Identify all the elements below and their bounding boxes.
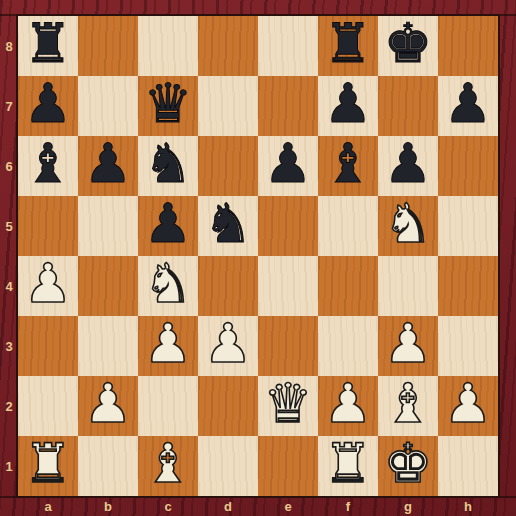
square-h3[interactable] xyxy=(438,316,498,376)
file-label-h: h xyxy=(438,496,498,516)
square-g4[interactable] xyxy=(378,256,438,316)
square-d7[interactable] xyxy=(198,76,258,136)
square-f2[interactable]: ♟ xyxy=(318,376,378,436)
file-label-a: a xyxy=(18,496,78,516)
piece-black-pawn[interactable]: ♟ xyxy=(24,77,72,131)
square-e1[interactable] xyxy=(258,436,318,496)
piece-white-pawn[interactable]: ♟ xyxy=(24,257,72,311)
square-b4[interactable] xyxy=(78,256,138,316)
square-c6[interactable]: ♞ xyxy=(138,136,198,196)
piece-white-pawn[interactable]: ♟ xyxy=(444,377,492,431)
rank-label-2: 2 xyxy=(0,376,18,436)
rank-label-6: 6 xyxy=(0,136,18,196)
piece-white-pawn[interactable]: ♟ xyxy=(384,317,432,371)
file-labels: abcdefgh xyxy=(18,496,498,516)
square-h2[interactable]: ♟ xyxy=(438,376,498,436)
square-a8[interactable]: ♜ xyxy=(18,16,78,76)
square-c1[interactable]: ♝ xyxy=(138,436,198,496)
square-d8[interactable] xyxy=(198,16,258,76)
file-label-c: c xyxy=(138,496,198,516)
file-label-g: g xyxy=(378,496,438,516)
square-a1[interactable]: ♜ xyxy=(18,436,78,496)
piece-white-knight[interactable]: ♞ xyxy=(144,257,192,311)
piece-white-bishop[interactable]: ♝ xyxy=(144,437,192,491)
square-a4[interactable]: ♟ xyxy=(18,256,78,316)
square-h6[interactable] xyxy=(438,136,498,196)
square-d1[interactable] xyxy=(198,436,258,496)
square-g6[interactable]: ♟ xyxy=(378,136,438,196)
square-f4[interactable] xyxy=(318,256,378,316)
piece-black-pawn[interactable]: ♟ xyxy=(264,137,312,191)
square-b3[interactable] xyxy=(78,316,138,376)
square-e6[interactable]: ♟ xyxy=(258,136,318,196)
square-f5[interactable] xyxy=(318,196,378,256)
piece-black-knight[interactable]: ♞ xyxy=(204,197,252,251)
chess-board: ♜♜♚♟♛♟♟♝♟♞♟♝♟♟♞♞♟♞♟♟♟♟♛♟♝♟♜♝♜♚ xyxy=(18,16,498,496)
square-g5[interactable]: ♞ xyxy=(378,196,438,256)
square-b1[interactable] xyxy=(78,436,138,496)
square-g3[interactable]: ♟ xyxy=(378,316,438,376)
square-e5[interactable] xyxy=(258,196,318,256)
rank-label-8: 8 xyxy=(0,16,18,76)
square-c2[interactable] xyxy=(138,376,198,436)
square-c3[interactable]: ♟ xyxy=(138,316,198,376)
square-b2[interactable]: ♟ xyxy=(78,376,138,436)
square-f8[interactable]: ♜ xyxy=(318,16,378,76)
square-a5[interactable] xyxy=(18,196,78,256)
rank-label-3: 3 xyxy=(0,316,18,376)
square-g1[interactable]: ♚ xyxy=(378,436,438,496)
square-b8[interactable] xyxy=(78,16,138,76)
square-f3[interactable] xyxy=(318,316,378,376)
piece-white-rook[interactable]: ♜ xyxy=(324,437,372,491)
piece-black-rook[interactable]: ♜ xyxy=(24,17,72,71)
file-label-d: d xyxy=(198,496,258,516)
square-h5[interactable] xyxy=(438,196,498,256)
piece-white-king[interactable]: ♚ xyxy=(384,437,432,491)
square-h7[interactable]: ♟ xyxy=(438,76,498,136)
square-e2[interactable]: ♛ xyxy=(258,376,318,436)
square-h1[interactable] xyxy=(438,436,498,496)
square-e4[interactable] xyxy=(258,256,318,316)
piece-black-bishop[interactable]: ♝ xyxy=(324,137,372,191)
square-e3[interactable] xyxy=(258,316,318,376)
square-g8[interactable]: ♚ xyxy=(378,16,438,76)
piece-black-bishop[interactable]: ♝ xyxy=(24,137,72,191)
square-b5[interactable] xyxy=(78,196,138,256)
square-g7[interactable] xyxy=(378,76,438,136)
square-c7[interactable]: ♛ xyxy=(138,76,198,136)
piece-black-knight[interactable]: ♞ xyxy=(144,137,192,191)
piece-black-queen[interactable]: ♛ xyxy=(144,77,192,131)
piece-black-pawn[interactable]: ♟ xyxy=(144,197,192,251)
rank-labels: 87654321 xyxy=(0,16,18,496)
square-h8[interactable] xyxy=(438,16,498,76)
piece-white-pawn[interactable]: ♟ xyxy=(204,317,252,371)
square-d6[interactable] xyxy=(198,136,258,196)
square-a7[interactable]: ♟ xyxy=(18,76,78,136)
piece-black-pawn[interactable]: ♟ xyxy=(324,77,372,131)
piece-black-pawn[interactable]: ♟ xyxy=(444,77,492,131)
square-d3[interactable]: ♟ xyxy=(198,316,258,376)
piece-white-queen[interactable]: ♛ xyxy=(264,377,312,431)
piece-black-pawn[interactable]: ♟ xyxy=(384,137,432,191)
rank-label-4: 4 xyxy=(0,256,18,316)
square-a6[interactable]: ♝ xyxy=(18,136,78,196)
square-d4[interactable] xyxy=(198,256,258,316)
square-h4[interactable] xyxy=(438,256,498,316)
piece-white-knight[interactable]: ♞ xyxy=(384,197,432,251)
file-label-f: f xyxy=(318,496,378,516)
chess-board-frame: ♜♜♚♟♛♟♟♝♟♞♟♝♟♟♞♞♟♞♟♟♟♟♛♟♝♟♜♝♜♚ 87654321 … xyxy=(0,0,516,516)
square-c4[interactable]: ♞ xyxy=(138,256,198,316)
square-f6[interactable]: ♝ xyxy=(318,136,378,196)
square-d5[interactable]: ♞ xyxy=(198,196,258,256)
square-g2[interactable]: ♝ xyxy=(378,376,438,436)
piece-white-pawn[interactable]: ♟ xyxy=(84,377,132,431)
piece-black-king[interactable]: ♚ xyxy=(384,17,432,71)
square-a2[interactable] xyxy=(18,376,78,436)
file-label-e: e xyxy=(258,496,318,516)
piece-black-rook[interactable]: ♜ xyxy=(324,17,372,71)
square-d2[interactable] xyxy=(198,376,258,436)
rank-label-7: 7 xyxy=(0,76,18,136)
square-f1[interactable]: ♜ xyxy=(318,436,378,496)
piece-black-pawn[interactable]: ♟ xyxy=(84,137,132,191)
square-c8[interactable] xyxy=(138,16,198,76)
file-label-b: b xyxy=(78,496,138,516)
piece-white-rook[interactable]: ♜ xyxy=(24,437,72,491)
piece-white-bishop[interactable]: ♝ xyxy=(384,377,432,431)
square-e7[interactable] xyxy=(258,76,318,136)
piece-white-pawn[interactable]: ♟ xyxy=(144,317,192,371)
square-c5[interactable]: ♟ xyxy=(138,196,198,256)
piece-white-pawn[interactable]: ♟ xyxy=(324,377,372,431)
rank-label-1: 1 xyxy=(0,436,18,496)
square-f7[interactable]: ♟ xyxy=(318,76,378,136)
square-b7[interactable] xyxy=(78,76,138,136)
rank-label-5: 5 xyxy=(0,196,18,256)
square-b6[interactable]: ♟ xyxy=(78,136,138,196)
square-e8[interactable] xyxy=(258,16,318,76)
square-a3[interactable] xyxy=(18,316,78,376)
